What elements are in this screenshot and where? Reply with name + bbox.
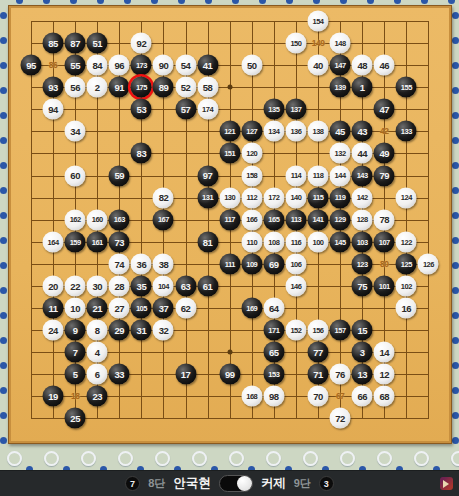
move-number: 34 [70, 127, 80, 137]
stone-15-black: 15 [352, 320, 373, 341]
move-number: 96 [115, 60, 125, 70]
move-number: 131 [202, 194, 213, 202]
stone-70-white: 70 [308, 386, 329, 407]
move-number: 27 [115, 303, 125, 313]
bg-dot [394, 0, 401, 4]
move-number: 153 [268, 371, 279, 379]
move-number: 101 [379, 282, 390, 290]
bg-dot [452, 62, 459, 69]
stone-135-black: 135 [263, 99, 284, 120]
stone-126-white: 126 [418, 253, 439, 274]
move-number: 36 [137, 259, 147, 269]
stone-103-black: 103 [352, 231, 373, 252]
move-number: 65 [269, 347, 279, 357]
move-number: 82 [159, 193, 169, 203]
stone-127-black: 127 [241, 121, 262, 142]
move-number: 35 [137, 281, 147, 291]
stone-132-white: 132 [330, 143, 351, 164]
stone-107-black: 107 [374, 231, 395, 252]
stone-140-white: 140 [285, 187, 306, 208]
stone-12-white: 12 [374, 364, 395, 385]
stone-174-white: 174 [197, 99, 218, 120]
move-number: 103 [357, 238, 368, 246]
stone-98-white: 98 [263, 386, 284, 407]
move-number: 148 [335, 39, 346, 47]
bg-dot [452, 212, 459, 219]
bg-dot [0, 162, 7, 169]
bg-dot [0, 287, 7, 294]
stone-102-white: 102 [396, 275, 417, 296]
move-number: 57 [181, 105, 191, 115]
stone-41-black: 41 [197, 55, 218, 76]
stone-59-black: 59 [109, 165, 130, 186]
stone-16-white: 16 [396, 298, 417, 319]
stone-24-white: 24 [43, 320, 64, 341]
stone-143-black: 143 [352, 165, 373, 186]
stone-125-black: 125 [396, 253, 417, 274]
move-number: 114 [291, 172, 302, 180]
stone-114-white: 114 [285, 165, 306, 186]
stone-144-white: 144 [330, 165, 351, 186]
stone-131-black: 131 [197, 187, 218, 208]
stone-45-black: 45 [330, 121, 351, 142]
bg-ring [303, 451, 318, 466]
bg-dot [151, 0, 158, 4]
move-number: 160 [92, 216, 103, 224]
move-number: 144 [335, 172, 346, 180]
move-number: 68 [379, 392, 389, 402]
bg-dot [452, 287, 459, 294]
move-number: 25 [70, 414, 80, 424]
stone-14-white: 14 [374, 342, 395, 363]
move-number: 106 [290, 260, 301, 268]
move-number: 54 [181, 60, 191, 70]
bg-ring [7, 451, 22, 466]
bg-dot [124, 0, 131, 4]
move-number: 64 [269, 303, 279, 313]
move-number: 163 [114, 216, 125, 224]
move-number: 115 [313, 194, 324, 202]
move-number: 50 [247, 60, 257, 70]
move-number: 156 [313, 326, 324, 334]
stone-158-white: 158 [241, 165, 262, 186]
bg-dot [205, 0, 212, 4]
move-number: 22 [70, 281, 80, 291]
stone-92-white: 92 [131, 33, 152, 54]
stone-99-black: 99 [219, 364, 240, 385]
stone-116-white: 116 [285, 231, 306, 252]
captured-stone-marker-42: 42 [380, 126, 388, 136]
bg-dot [452, 237, 459, 244]
move-number: 72 [335, 414, 345, 424]
stone-89-black: 89 [153, 77, 174, 98]
bg-dot [97, 0, 104, 4]
stone-163-black: 163 [109, 209, 130, 230]
move-number: 175 [136, 83, 147, 91]
bg-dot [0, 212, 7, 219]
bg-dot [0, 362, 7, 369]
stone-90-white: 90 [153, 55, 174, 76]
bg-ring [229, 451, 244, 466]
stone-48-white: 48 [352, 55, 373, 76]
stone-171-black: 171 [263, 320, 284, 341]
move-number: 41 [203, 60, 213, 70]
move-number: 84 [92, 60, 102, 70]
stone-91-black: 91 [109, 77, 130, 98]
move-number: 33 [115, 370, 125, 380]
stone-120-white: 120 [241, 143, 262, 164]
stone-137-black: 137 [285, 99, 306, 120]
app-logo-icon [440, 477, 453, 490]
move-number: 45 [335, 127, 345, 137]
bg-dot [452, 37, 459, 44]
bg-dot [313, 0, 320, 4]
bg-ring [155, 451, 170, 466]
captured-stone-marker-149: 149 [312, 38, 325, 48]
stone-50-white: 50 [241, 55, 262, 76]
stone-82-white: 82 [153, 187, 174, 208]
stone-30-white: 30 [87, 275, 108, 296]
stone-96-white: 96 [109, 55, 130, 76]
stone-87-black: 87 [65, 33, 86, 54]
move-number: 60 [70, 171, 80, 181]
stone-85-black: 85 [43, 33, 64, 54]
move-number: 157 [335, 326, 346, 334]
stone-110-white: 110 [241, 231, 262, 252]
stone-157-black: 157 [330, 320, 351, 341]
stone-10-white: 10 [65, 298, 86, 319]
move-number: 92 [137, 38, 147, 48]
stone-19-black: 19 [43, 386, 64, 407]
stone-145-black: 145 [330, 231, 351, 252]
stone-109-black: 109 [241, 253, 262, 274]
bg-dot [0, 387, 7, 394]
hoshi-point [227, 85, 232, 90]
move-number: 76 [335, 370, 345, 380]
stone-123-black: 123 [352, 253, 373, 274]
stone-31-black: 31 [131, 320, 152, 341]
move-number: 125 [401, 260, 412, 268]
move-number: 5 [73, 370, 78, 380]
move-number: 126 [423, 260, 434, 268]
stone-78-white: 78 [374, 209, 395, 230]
move-number: 124 [401, 194, 412, 202]
stone-129-black: 129 [330, 209, 351, 230]
go-broadcast-screen: 1548587519215014895558496173905441504014… [0, 0, 459, 496]
stone-111-black: 111 [219, 253, 240, 274]
stone-173-black: 173 [131, 55, 152, 76]
stone-5-black: 5 [65, 364, 86, 385]
move-number: 9 [73, 325, 78, 335]
move-number: 3 [360, 347, 365, 357]
stone-72-white: 72 [330, 408, 351, 429]
move-number: 167 [158, 216, 169, 224]
stone-141-black: 141 [308, 209, 329, 230]
move-number: 113 [291, 216, 302, 224]
stone-117-black: 117 [219, 209, 240, 230]
bg-ring [81, 451, 96, 466]
bg-dot [452, 387, 459, 394]
bg-dot [0, 337, 7, 344]
stone-168-white: 168 [241, 386, 262, 407]
stone-130-white: 130 [219, 187, 240, 208]
stone-51-black: 51 [87, 33, 108, 54]
stone-17-black: 17 [175, 364, 196, 385]
move-number: 158 [246, 172, 257, 180]
move-number: 32 [159, 325, 169, 335]
move-number: 94 [48, 105, 58, 115]
stone-34-white: 34 [65, 121, 86, 142]
bg-dot [0, 87, 7, 94]
move-number: 30 [92, 281, 102, 291]
move-number: 136 [290, 128, 301, 136]
move-number: 132 [335, 150, 346, 158]
stone-54-white: 54 [175, 55, 196, 76]
stone-112-white: 112 [241, 187, 262, 208]
move-number: 141 [313, 216, 324, 224]
stone-43-black: 43 [352, 121, 373, 142]
move-number: 29 [115, 325, 125, 335]
bg-ring [451, 451, 459, 466]
move-number: 46 [379, 60, 389, 70]
stone-113-black: 113 [285, 209, 306, 230]
stone-138-white: 138 [308, 121, 329, 142]
stone-94-white: 94 [43, 99, 64, 120]
stone-46-white: 46 [374, 55, 395, 76]
move-number: 99 [225, 370, 235, 380]
stone-108-white: 108 [263, 231, 284, 252]
move-number: 81 [203, 237, 213, 247]
stone-60-white: 60 [65, 165, 86, 186]
move-number: 145 [335, 238, 346, 246]
stone-49-black: 49 [374, 143, 395, 164]
captured-stone-marker-86: 86 [49, 60, 57, 70]
black-player-name: 안국현 [173, 475, 211, 492]
move-number: 146 [290, 282, 301, 290]
move-number: 155 [401, 83, 412, 91]
move-number: 79 [379, 171, 389, 181]
player-info-bar: 7 8단 안국현 커제 9단 3 [0, 470, 459, 496]
stone-8-white: 8 [87, 320, 108, 341]
stone-32-white: 32 [153, 320, 174, 341]
move-number: 123 [357, 260, 368, 268]
move-number: 117 [224, 216, 235, 224]
stone-1-black: 1 [352, 77, 373, 98]
stone-115-black: 115 [308, 187, 329, 208]
stone-38-white: 38 [153, 253, 174, 274]
stone-69-black: 69 [263, 253, 284, 274]
bg-dot [0, 137, 7, 144]
stone-73-black: 73 [109, 231, 130, 252]
bg-dot [452, 187, 459, 194]
bg-dot [0, 12, 7, 19]
move-number: 12 [379, 370, 389, 380]
stone-20-white: 20 [43, 275, 64, 296]
bg-dot [70, 0, 77, 4]
bg-dot [232, 0, 239, 4]
stone-44-white: 44 [352, 143, 373, 164]
move-number: 162 [70, 216, 81, 224]
move-number: 171 [268, 326, 279, 334]
move-number: 11 [49, 303, 58, 313]
stone-11-black: 11 [43, 298, 64, 319]
bg-dot [452, 412, 459, 419]
move-number: 142 [357, 194, 368, 202]
stone-68-white: 68 [374, 386, 395, 407]
move-number: 112 [246, 194, 257, 202]
move-number: 152 [290, 326, 301, 334]
move-number: 90 [159, 60, 169, 70]
move-number: 20 [48, 281, 58, 291]
move-number: 95 [26, 60, 36, 70]
bg-ring [192, 451, 207, 466]
move-number: 110 [246, 238, 257, 246]
bg-ring [414, 451, 429, 466]
move-number: 100 [313, 238, 324, 246]
bg-dot [452, 137, 459, 144]
stone-4-white: 4 [87, 342, 108, 363]
stone-28-white: 28 [109, 275, 130, 296]
black-player-rank: 8단 [148, 476, 165, 491]
stone-47-black: 47 [374, 99, 395, 120]
bg-dot [259, 0, 266, 4]
stone-122-white: 122 [396, 231, 417, 252]
move-number: 78 [379, 215, 389, 225]
move-number: 174 [202, 106, 213, 114]
move-number: 21 [92, 303, 102, 313]
stone-53-black: 53 [131, 99, 152, 120]
move-number: 14 [379, 347, 389, 357]
bg-dot [452, 262, 459, 269]
board-grid: 1548587519215014895558496173905441504014… [31, 21, 429, 419]
stone-139-black: 139 [330, 77, 351, 98]
stone-101-black: 101 [374, 275, 395, 296]
move-number: 51 [92, 38, 102, 48]
stone-83-black: 83 [131, 143, 152, 164]
move-number: 129 [335, 216, 346, 224]
move-number: 6 [95, 370, 100, 380]
move-number: 143 [357, 172, 368, 180]
stone-166-white: 166 [241, 209, 262, 230]
move-number: 19 [48, 392, 58, 402]
stone-9-black: 9 [65, 320, 86, 341]
bg-dot [452, 362, 459, 369]
stone-153-black: 153 [263, 364, 284, 385]
move-number: 139 [335, 83, 346, 91]
stone-75-black: 75 [352, 275, 373, 296]
stone-56-white: 56 [65, 77, 86, 98]
stone-35-black: 35 [131, 275, 152, 296]
move-number: 161 [92, 238, 103, 246]
bg-dot [0, 62, 7, 69]
go-board[interactable]: 1548587519215014895558496173905441504014… [8, 5, 452, 444]
stone-61-black: 61 [197, 275, 218, 296]
move-number: 122 [401, 238, 412, 246]
move-number: 116 [291, 238, 302, 246]
move-number: 83 [137, 149, 147, 159]
move-number: 98 [269, 392, 279, 402]
stone-128-white: 128 [352, 209, 373, 230]
bg-dot [421, 0, 428, 4]
move-number: 38 [159, 259, 169, 269]
bg-dot [0, 262, 7, 269]
bg-dot [16, 0, 23, 4]
move-number: 37 [159, 303, 169, 313]
stone-76-white: 76 [330, 364, 351, 385]
move-number: 62 [181, 303, 191, 313]
stone-97-black: 97 [197, 165, 218, 186]
move-number: 56 [70, 82, 80, 92]
move-number: 128 [357, 216, 368, 224]
stone-93-black: 93 [43, 77, 64, 98]
bg-dot [452, 12, 459, 19]
stone-77-black: 77 [308, 342, 329, 363]
stone-161-black: 161 [87, 231, 108, 252]
stone-58-white: 58 [197, 77, 218, 98]
stone-color-toggle[interactable] [219, 475, 253, 492]
move-number: 105 [136, 304, 147, 312]
stone-121-black: 121 [219, 121, 240, 142]
stone-159-black: 159 [65, 231, 86, 252]
stone-119-black: 119 [330, 187, 351, 208]
move-number: 104 [158, 282, 169, 290]
stone-152-white: 152 [285, 320, 306, 341]
bg-dot [0, 237, 7, 244]
move-number: 53 [137, 105, 147, 115]
move-number: 93 [48, 82, 58, 92]
move-number: 91 [115, 82, 125, 92]
move-number: 138 [313, 128, 324, 136]
stone-6-white: 6 [87, 364, 108, 385]
move-number: 119 [335, 194, 346, 202]
stone-124-white: 124 [396, 187, 417, 208]
grid-line-v [428, 21, 429, 419]
move-number: 150 [290, 39, 301, 47]
move-number: 118 [313, 172, 324, 180]
bg-dot [286, 0, 293, 4]
stone-64-white: 64 [263, 298, 284, 319]
bg-dot [178, 0, 185, 4]
move-number: 85 [48, 38, 58, 48]
stone-33-black: 33 [109, 364, 130, 385]
bg-ring [44, 451, 59, 466]
move-number: 133 [401, 128, 412, 136]
stone-106-white: 106 [285, 253, 306, 274]
move-number: 55 [70, 60, 80, 70]
move-number: 135 [268, 106, 279, 114]
stone-148-white: 148 [330, 33, 351, 54]
move-number: 109 [246, 260, 257, 268]
stone-172-white: 172 [263, 187, 284, 208]
bg-dot [43, 0, 50, 4]
stone-167-black: 167 [153, 209, 174, 230]
stone-142-white: 142 [352, 187, 373, 208]
grid-line-h [31, 418, 429, 419]
move-number: 58 [203, 82, 213, 92]
captured-stone-marker-18: 18 [71, 391, 79, 401]
move-number: 127 [246, 128, 257, 136]
bg-dot [0, 187, 7, 194]
stone-74-white: 74 [109, 253, 130, 274]
stone-84-white: 84 [87, 55, 108, 76]
move-number: 66 [357, 392, 367, 402]
bg-dot [448, 0, 455, 4]
move-number: 71 [313, 370, 323, 380]
move-number: 97 [203, 171, 213, 181]
move-number: 73 [115, 237, 125, 247]
white-captures-badge: 3 [319, 476, 334, 491]
move-number: 172 [268, 194, 279, 202]
